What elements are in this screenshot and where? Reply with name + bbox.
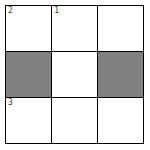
puzzle-stage: 213	[0, 0, 150, 150]
entry-cell-r1c1[interactable]	[52, 52, 97, 97]
entry-cell-r0c2[interactable]	[98, 6, 143, 51]
entry-cell-r2c2[interactable]	[98, 98, 143, 143]
blocked-cell-r1c2	[98, 52, 143, 97]
crossword-board: 213	[5, 5, 144, 144]
clue-number-2: 2	[8, 7, 13, 15]
entry-cell-r2c1[interactable]	[52, 98, 97, 143]
blocked-cell-r1c0	[6, 52, 51, 97]
clue-number-3: 3	[8, 99, 13, 107]
entry-cell-r2c0[interactable]: 3	[6, 98, 51, 143]
entry-cell-r0c0[interactable]: 2	[6, 6, 51, 51]
entry-cell-r0c1[interactable]: 1	[52, 6, 97, 51]
clue-number-1: 1	[54, 7, 59, 15]
